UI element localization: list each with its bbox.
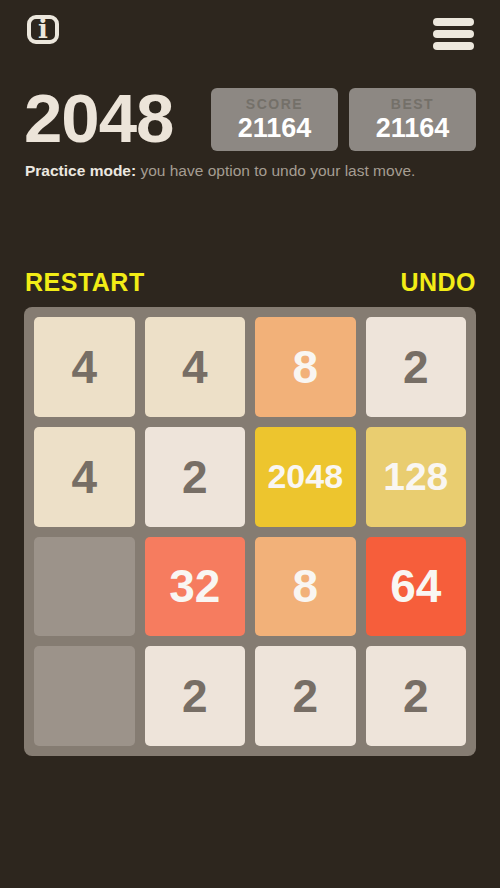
tile-4-r1c2: 4 [145, 317, 246, 417]
hamburger-icon [433, 30, 474, 38]
tile-2-r4c3: 2 [255, 646, 356, 746]
tile-2-r4c2: 2 [145, 646, 246, 746]
best-value: 21164 [376, 113, 450, 144]
board[interactable]: 448242204812832864222 [24, 307, 476, 756]
tile-4-r2c1: 4 [34, 427, 135, 527]
tile-8-r1c3: 8 [255, 317, 356, 417]
tile-4-r1c1: 4 [34, 317, 135, 417]
undo-button[interactable]: UNDO [400, 270, 476, 295]
hamburger-icon [433, 42, 474, 50]
tile-2-r4c4: 2 [366, 646, 467, 746]
menu-button[interactable] [433, 18, 474, 50]
tile-2-r1c4: 2 [366, 317, 467, 417]
info-icon: i [38, 16, 48, 42]
tile-2-r2c2: 2 [145, 427, 246, 527]
score-box: SCORE 21164 [211, 88, 338, 151]
best-label: BEST [391, 97, 434, 112]
score-value: 21164 [238, 113, 312, 144]
score-label: SCORE [246, 97, 303, 112]
practice-mode-label: Practice mode: [25, 162, 136, 179]
game-controls: RESTART UNDO [25, 270, 476, 295]
app-screen: i 2048 SCORE 21164 BEST 21164 Practice m… [0, 0, 500, 888]
restart-button[interactable]: RESTART [25, 270, 145, 295]
hamburger-icon [433, 18, 474, 26]
tile-32-r3c2: 32 [145, 537, 246, 637]
tile-128-r2c4: 128 [366, 427, 467, 527]
tile-64-r3c4: 64 [366, 537, 467, 637]
empty-cell-r3c1 [34, 537, 135, 637]
page-title: 2048 [24, 84, 174, 153]
practice-mode-text: you have option to undo your last move. [136, 162, 415, 179]
tile-8-r3c3: 8 [255, 537, 356, 637]
tile-2048-r2c3: 2048 [255, 427, 356, 527]
best-box: BEST 21164 [349, 88, 476, 151]
info-button[interactable]: i [27, 15, 59, 44]
empty-cell-r4c1 [34, 646, 135, 746]
practice-mode-note: Practice mode: you have option to undo y… [25, 162, 415, 180]
